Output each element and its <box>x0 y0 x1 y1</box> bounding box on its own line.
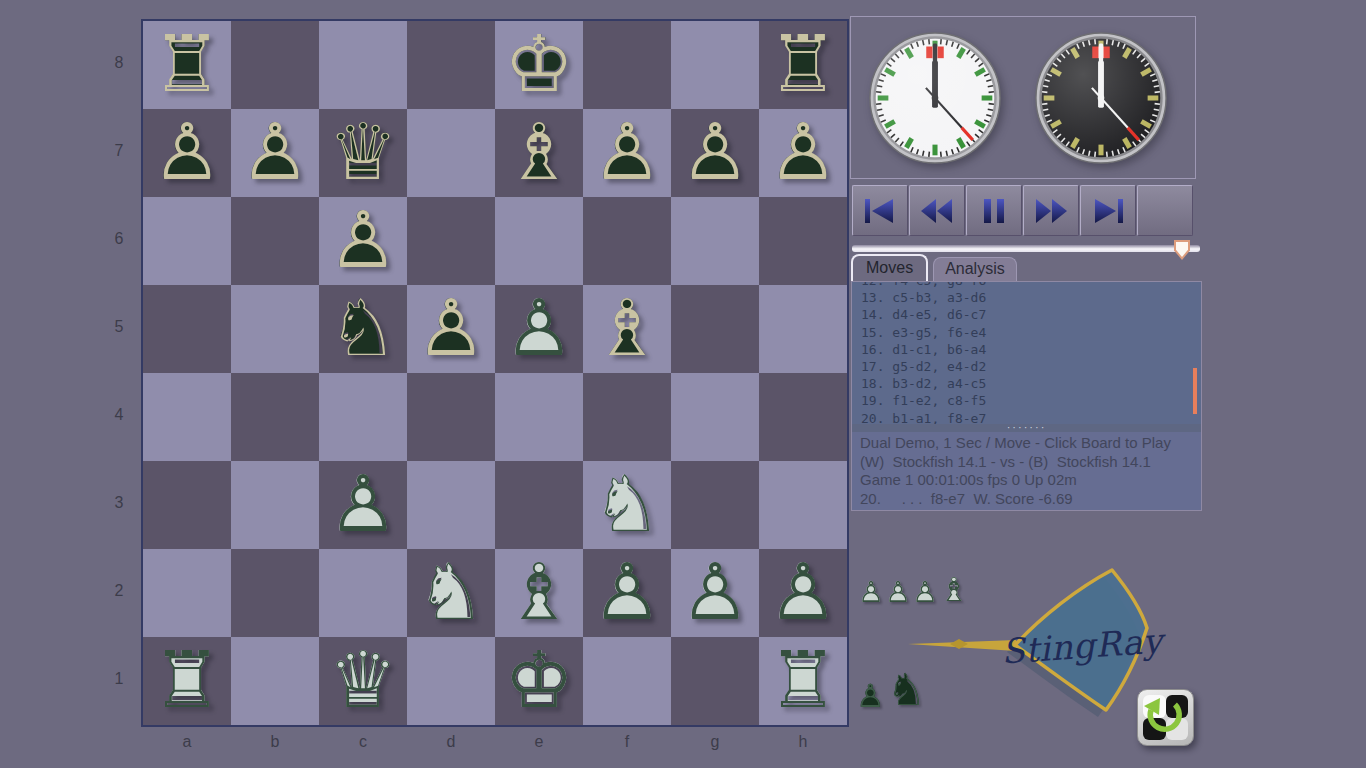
black-pawn[interactable]: ♟♙ <box>759 109 847 197</box>
black-pawn[interactable]: ♟♙ <box>407 285 495 373</box>
file-label-h: h <box>759 731 847 753</box>
square-h4[interactable] <box>759 373 847 461</box>
square-f6[interactable] <box>583 197 671 285</box>
square-a4[interactable] <box>143 373 231 461</box>
status-line-engines: (W) Stockfish 14.1 - vs - (B) Stockfish … <box>860 453 1193 472</box>
skip-to-end-icon <box>1090 197 1126 225</box>
square-g4[interactable] <box>671 373 759 461</box>
square-f4[interactable] <box>583 373 671 461</box>
square-g3[interactable] <box>671 461 759 549</box>
square-g5[interactable] <box>671 285 759 373</box>
square-e2[interactable]: ♝♗ <box>495 549 583 637</box>
square-b5[interactable] <box>231 285 319 373</box>
blank-button[interactable] <box>1137 185 1193 236</box>
square-c1[interactable]: ♛♕ <box>319 637 407 725</box>
status-line-game: Game 1 00:01:00s fps 0 Up 02m <box>860 471 1193 490</box>
black-pawn[interactable]: ♟♙ <box>319 197 407 285</box>
stingray-logo: StingRay <box>900 560 1168 725</box>
black-pawn[interactable]: ♟♙ <box>143 109 231 197</box>
tab-moves[interactable]: Moves <box>851 254 928 281</box>
black-bishop[interactable]: ♝♗ <box>583 285 671 373</box>
square-h2[interactable]: ♟♙ <box>759 549 847 637</box>
tab-analysis[interactable]: Analysis <box>933 257 1017 281</box>
square-b6[interactable] <box>231 197 319 285</box>
status-panel: Dual Demo, 1 Sec / Move - Click Board to… <box>851 432 1202 511</box>
square-c8[interactable] <box>319 21 407 109</box>
skip-to-start-button[interactable] <box>852 185 908 236</box>
captured-white-pawn: ♟♙ <box>858 575 884 609</box>
skip-to-end-button[interactable] <box>1080 185 1136 236</box>
rank-label-5: 5 <box>106 283 132 371</box>
square-h7[interactable]: ♟♙ <box>759 109 847 197</box>
flip-board-button[interactable] <box>1137 689 1194 746</box>
rank-label-1: 1 <box>106 635 132 723</box>
stingray-chess-app: ♜♖♚♔♜♖♟♙♟♙♛♕♝♗♟♙♟♙♟♙♟♙♞♘♟♙♟♙♝♗♟♙♞♘♞♘♝♗♟♙… <box>0 0 1366 768</box>
square-d3[interactable] <box>407 461 495 549</box>
black-pawn[interactable]: ♟♙ <box>671 109 759 197</box>
square-d5[interactable]: ♟♙ <box>407 285 495 373</box>
file-label-e: e <box>495 731 583 753</box>
move-row[interactable]: 12. f4-c5, g8-f6 <box>861 281 1201 289</box>
square-c4[interactable] <box>319 373 407 461</box>
square-d6[interactable] <box>407 197 495 285</box>
black-queen[interactable]: ♛♕ <box>319 109 407 197</box>
move-row[interactable]: 17. g5-d2, e4-d2 <box>861 358 1201 375</box>
square-h5[interactable] <box>759 285 847 373</box>
square-f2[interactable]: ♟♙ <box>583 549 671 637</box>
white-king[interactable]: ♚♔ <box>495 637 583 725</box>
square-c5[interactable]: ♞♘ <box>319 285 407 373</box>
square-g6[interactable] <box>671 197 759 285</box>
rotate-arrow-icon <box>1138 690 1193 745</box>
square-h6[interactable] <box>759 197 847 285</box>
black-king[interactable]: ♚♔ <box>495 21 583 109</box>
white-clock <box>867 30 1003 166</box>
panel-tabs: Moves Analysis <box>851 254 1017 281</box>
status-line-demo: Dual Demo, 1 Sec / Move - Click Board to… <box>860 434 1193 453</box>
square-d2[interactable]: ♞♘ <box>407 549 495 637</box>
moves-scrollbar[interactable] <box>1193 368 1197 414</box>
white-bishop[interactable]: ♝♗ <box>495 549 583 637</box>
white-pawn[interactable]: ♟♙ <box>495 285 583 373</box>
square-b8[interactable] <box>231 21 319 109</box>
black-pawn[interactable]: ♟♙ <box>231 109 319 197</box>
white-pawn[interactable]: ♟♙ <box>759 549 847 637</box>
rank-label-3: 3 <box>106 459 132 547</box>
square-b2[interactable] <box>231 549 319 637</box>
move-row[interactable]: 19. f1-e2, c8-f5 <box>861 392 1201 409</box>
logo-text: StingRay <box>1000 620 1168 671</box>
white-pawn[interactable]: ♟♙ <box>319 461 407 549</box>
black-rook[interactable]: ♜♖ <box>759 21 847 109</box>
square-e7[interactable]: ♝♗ <box>495 109 583 197</box>
file-label-c: c <box>319 731 407 753</box>
square-a5[interactable] <box>143 285 231 373</box>
square-e4[interactable] <box>495 373 583 461</box>
square-a3[interactable] <box>143 461 231 549</box>
square-e3[interactable] <box>495 461 583 549</box>
white-pawn[interactable]: ♟♙ <box>583 549 671 637</box>
square-c6[interactable]: ♟♙ <box>319 197 407 285</box>
move-row[interactable]: 14. d4-e5, d6-c7 <box>861 306 1201 323</box>
square-h1[interactable]: ♜♖ <box>759 637 847 725</box>
file-label-b: b <box>231 731 319 753</box>
white-knight[interactable]: ♞♘ <box>583 461 671 549</box>
square-a1[interactable]: ♜♖ <box>143 637 231 725</box>
skip-to-start-icon <box>862 197 898 225</box>
white-pawn[interactable]: ♟♙ <box>671 549 759 637</box>
transport-controls <box>852 185 1193 236</box>
panel-splitter[interactable]: ······· <box>851 424 1202 432</box>
clock-panel <box>850 16 1196 179</box>
captured-black-pawn: ♟♙ <box>856 677 885 715</box>
square-a8[interactable]: ♜♖ <box>143 21 231 109</box>
square-e8[interactable]: ♚♔ <box>495 21 583 109</box>
file-label-a: a <box>143 731 231 753</box>
rank-label-6: 6 <box>106 195 132 283</box>
square-c2[interactable] <box>319 549 407 637</box>
file-label-f: f <box>583 731 671 753</box>
white-knight[interactable]: ♞♘ <box>407 549 495 637</box>
file-label-g: g <box>671 731 759 753</box>
rewind-button[interactable] <box>909 185 965 236</box>
square-d7[interactable] <box>407 109 495 197</box>
rank-label-4: 4 <box>106 371 132 459</box>
file-label-d: d <box>407 731 495 753</box>
move-row[interactable]: 13. c5-b3, a3-d6 <box>861 289 1201 306</box>
fast-forward-button[interactable] <box>1023 185 1079 236</box>
move-row[interactable]: 15. e3-g5, f6-e4 <box>861 324 1201 341</box>
square-f1[interactable] <box>583 637 671 725</box>
square-g1[interactable] <box>671 637 759 725</box>
square-e6[interactable] <box>495 197 583 285</box>
square-f3[interactable]: ♞♘ <box>583 461 671 549</box>
white-queen[interactable]: ♛♕ <box>319 637 407 725</box>
pause-icon <box>976 197 1012 225</box>
move-row[interactable]: 16. d1-c1, b6-a4 <box>861 341 1201 358</box>
square-d4[interactable] <box>407 373 495 461</box>
square-a6[interactable] <box>143 197 231 285</box>
square-h3[interactable] <box>759 461 847 549</box>
rank-label-2: 2 <box>106 547 132 635</box>
black-knight[interactable]: ♞♘ <box>319 285 407 373</box>
chess-board[interactable]: ♜♖♚♔♜♖♟♙♟♙♛♕♝♗♟♙♟♙♟♙♟♙♞♘♟♙♟♙♝♗♟♙♞♘♞♘♝♗♟♙… <box>141 19 849 727</box>
square-g8[interactable] <box>671 21 759 109</box>
rank-label-8: 8 <box>106 19 132 107</box>
rewind-icon <box>919 197 955 225</box>
black-clock <box>1033 30 1169 166</box>
white-rook[interactable]: ♜♖ <box>759 637 847 725</box>
square-f8[interactable] <box>583 21 671 109</box>
square-a2[interactable] <box>143 549 231 637</box>
square-f7[interactable]: ♟♙ <box>583 109 671 197</box>
slider-track[interactable] <box>852 245 1200 252</box>
square-e1[interactable]: ♚♔ <box>495 637 583 725</box>
square-g7[interactable]: ♟♙ <box>671 109 759 197</box>
move-row[interactable]: 18. b3-d2, a4-c5 <box>861 375 1201 392</box>
black-rook[interactable]: ♜♖ <box>143 21 231 109</box>
square-b7[interactable]: ♟♙ <box>231 109 319 197</box>
black-pawn[interactable]: ♟♙ <box>583 109 671 197</box>
square-d8[interactable] <box>407 21 495 109</box>
rank-label-7: 7 <box>106 107 132 195</box>
square-f5[interactable]: ♝♗ <box>583 285 671 373</box>
square-b4[interactable] <box>231 373 319 461</box>
square-a7[interactable]: ♟♙ <box>143 109 231 197</box>
square-c3[interactable]: ♟♙ <box>319 461 407 549</box>
status-line-lastmove: 20. . . . f8-e7 W. Score -6.69 <box>860 490 1193 509</box>
fast-forward-icon <box>1033 197 1069 225</box>
white-rook[interactable]: ♜♖ <box>143 637 231 725</box>
square-d1[interactable] <box>407 637 495 725</box>
square-e5[interactable]: ♟♙ <box>495 285 583 373</box>
square-g2[interactable]: ♟♙ <box>671 549 759 637</box>
moves-list-panel[interactable]: 12. f4-c5, g8-f613. c5-b3, a3-d614. d4-e… <box>851 281 1202 424</box>
square-b3[interactable] <box>231 461 319 549</box>
pause-button[interactable] <box>966 185 1022 236</box>
square-b1[interactable] <box>231 637 319 725</box>
black-bishop[interactable]: ♝♗ <box>495 109 583 197</box>
square-h8[interactable]: ♜♖ <box>759 21 847 109</box>
slider-thumb[interactable] <box>1174 240 1190 260</box>
square-c7[interactable]: ♛♕ <box>319 109 407 197</box>
